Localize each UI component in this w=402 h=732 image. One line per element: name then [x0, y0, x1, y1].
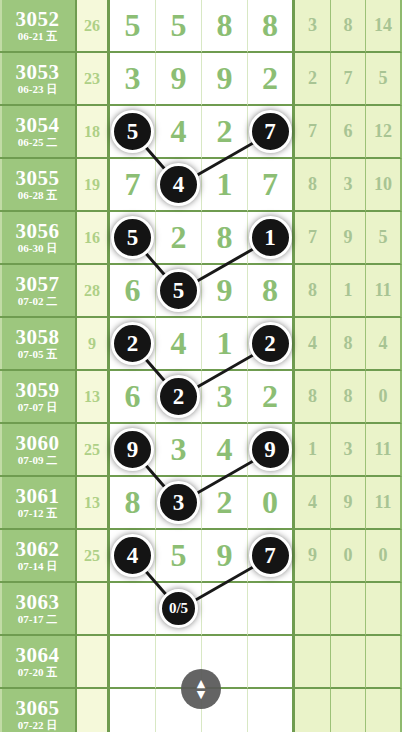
- digit-cell: 2: [248, 318, 295, 371]
- issue-date: 06-28 五: [18, 189, 57, 202]
- digit-cell: 2: [156, 212, 202, 265]
- table-row: 306107-12 五1383204911: [0, 477, 402, 530]
- stat-cell: 1: [295, 424, 331, 477]
- digit-cell: 9: [248, 424, 295, 477]
- number-ball: 0/5: [159, 589, 198, 628]
- stat-cell: [366, 583, 402, 636]
- issue-cell: 305606-30 日: [0, 212, 77, 265]
- stat-cell: 5: [366, 53, 402, 106]
- number-ball: 4: [111, 534, 154, 577]
- stat-cell: 12: [366, 106, 402, 159]
- digit-cell: 0: [248, 477, 295, 530]
- digit-cell: 8: [202, 212, 248, 265]
- issue-cell: 306007-09 二: [0, 424, 77, 477]
- issue-number: 3060: [16, 432, 60, 454]
- issue-number: 3057: [16, 273, 60, 295]
- scroll-widget[interactable]: ▲ ▼: [181, 669, 221, 709]
- issue-date: 06-21 五: [18, 30, 57, 43]
- digit-cell: [110, 689, 156, 732]
- issue-date: 07-05 五: [18, 348, 57, 361]
- stat-cell: 10: [366, 159, 402, 212]
- stat-cell: 8: [295, 159, 331, 212]
- stat-cell: 8: [295, 265, 331, 318]
- number-ball: 5: [157, 269, 200, 312]
- trend-table: 305206-21 五2655883814305306-23 日23399227…: [0, 0, 402, 732]
- scroll-up-icon: ▲: [197, 679, 205, 688]
- issue-cell: 305907-07 日: [0, 371, 77, 424]
- stat-cell: 8: [331, 371, 366, 424]
- trend-chart-screen: 305206-21 五2655883814305306-23 日23399227…: [0, 0, 402, 732]
- table-row: 305206-21 五2655883814: [0, 0, 402, 53]
- digit-cell: 4: [156, 106, 202, 159]
- digit-cell: 9: [202, 265, 248, 318]
- sum-cell: 13: [77, 477, 110, 530]
- sum-cell: 19: [77, 159, 110, 212]
- digit-cell: 8: [248, 0, 295, 53]
- digit-cell: 9: [202, 53, 248, 106]
- stat-cell: [295, 636, 331, 689]
- digit-cell: 2: [156, 371, 202, 424]
- stat-cell: 8: [295, 371, 331, 424]
- digit-cell: [248, 636, 295, 689]
- sum-cell: 16: [77, 212, 110, 265]
- table-row: 305807-05 五92412484: [0, 318, 402, 371]
- stat-cell: [295, 583, 331, 636]
- digit-cell: 3: [110, 53, 156, 106]
- stat-cell: 4: [295, 318, 331, 371]
- digit-cell: 2: [202, 106, 248, 159]
- issue-date: 07-14 日: [18, 560, 57, 573]
- digit-cell: [248, 689, 295, 732]
- stat-cell: 9: [331, 212, 366, 265]
- sum-cell: [77, 583, 110, 636]
- digit-cell: 6: [110, 371, 156, 424]
- number-ball: 2: [111, 322, 154, 365]
- digit-cell: 2: [248, 371, 295, 424]
- scroll-down-icon: ▼: [197, 690, 205, 699]
- number-ball: 5: [111, 216, 154, 259]
- issue-number: 3059: [16, 379, 60, 401]
- issue-cell: 306307-17 二: [0, 583, 77, 636]
- issue-date: 07-09 二: [18, 454, 57, 467]
- digit-cell: 9: [156, 53, 202, 106]
- issue-cell: 305506-28 五: [0, 159, 77, 212]
- digit-cell: 1: [202, 159, 248, 212]
- stat-cell: 8: [331, 0, 366, 53]
- issue-number: 3054: [16, 114, 60, 136]
- stat-cell: 7: [331, 53, 366, 106]
- stat-cell: 3: [331, 424, 366, 477]
- sum-cell: 9: [77, 318, 110, 371]
- digit-cell: 9: [202, 530, 248, 583]
- digit-cell: 7: [110, 159, 156, 212]
- stat-cell: 3: [331, 159, 366, 212]
- issue-date: 06-23 日: [18, 83, 57, 96]
- issue-number: 3062: [16, 538, 60, 560]
- stat-cell: 0: [331, 530, 366, 583]
- digit-cell: 2: [248, 53, 295, 106]
- table-row: 305907-07 日136232880: [0, 371, 402, 424]
- stat-cell: [331, 689, 366, 732]
- issue-date: 07-17 二: [18, 613, 57, 626]
- stat-cell: [295, 689, 331, 732]
- issue-date: 06-25 二: [18, 136, 57, 149]
- stat-cell: 3: [295, 0, 331, 53]
- digit-cell: 2: [110, 318, 156, 371]
- digit-cell: 5: [110, 212, 156, 265]
- digit-cell: 4: [156, 318, 202, 371]
- digit-cell: 2: [202, 477, 248, 530]
- digit-cell: 3: [156, 477, 202, 530]
- issue-number: 3063: [16, 591, 60, 613]
- table-row: 305506-28 五1974178310: [0, 159, 402, 212]
- digit-cell: 1: [248, 212, 295, 265]
- digit-cell: 8: [202, 0, 248, 53]
- stat-cell: 14: [366, 0, 402, 53]
- sum-cell: 23: [77, 53, 110, 106]
- issue-cell: 306507-22 日: [0, 689, 77, 732]
- stat-cell: 4: [366, 318, 402, 371]
- issue-date: 07-22 日: [18, 719, 57, 732]
- issue-cell: 306207-14 日: [0, 530, 77, 583]
- issue-cell: 305406-25 二: [0, 106, 77, 159]
- sum-cell: 25: [77, 530, 110, 583]
- issue-cell: 306107-12 五: [0, 477, 77, 530]
- number-ball: 9: [111, 428, 154, 471]
- number-ball: 5: [111, 110, 154, 153]
- sum-cell: 28: [77, 265, 110, 318]
- stat-cell: 6: [331, 106, 366, 159]
- digit-cell: [202, 583, 248, 636]
- stat-cell: 4: [295, 477, 331, 530]
- sum-cell: [77, 636, 110, 689]
- issue-number: 3056: [16, 220, 60, 242]
- table-row: 305707-02 二2865988111: [0, 265, 402, 318]
- issue-number: 3061: [16, 485, 60, 507]
- number-ball: 7: [249, 534, 292, 577]
- stat-cell: 9: [331, 477, 366, 530]
- digit-cell: [110, 583, 156, 636]
- issue-cell: 305206-21 五: [0, 0, 77, 53]
- issue-date: 07-02 二: [18, 295, 57, 308]
- digit-cell: 0/5: [156, 583, 202, 636]
- stat-cell: [331, 636, 366, 689]
- stat-cell: 7: [295, 212, 331, 265]
- sum-cell: 13: [77, 371, 110, 424]
- table-row: 305406-25 二1854277612: [0, 106, 402, 159]
- number-ball: 7: [249, 110, 292, 153]
- number-ball: 2: [157, 375, 200, 418]
- sum-cell: [77, 689, 110, 732]
- digit-cell: 9: [110, 424, 156, 477]
- stat-cell: [331, 583, 366, 636]
- issue-cell: 305707-02 二: [0, 265, 77, 318]
- stat-cell: 9: [295, 530, 331, 583]
- digit-cell: 6: [110, 265, 156, 318]
- digit-cell: 3: [156, 424, 202, 477]
- table-row: 306307-17 二0/5: [0, 583, 402, 636]
- number-ball: 3: [157, 481, 200, 524]
- digit-cell: 5: [110, 106, 156, 159]
- stat-cell: 7: [295, 106, 331, 159]
- sum-cell: 26: [77, 0, 110, 53]
- table-row: 306207-14 日254597900: [0, 530, 402, 583]
- stat-cell: 1: [331, 265, 366, 318]
- issue-number: 3065: [16, 697, 60, 719]
- issue-cell: 306407-20 五: [0, 636, 77, 689]
- stat-cell: 11: [366, 424, 402, 477]
- table-row: 306007-09 二2593491311: [0, 424, 402, 477]
- stat-cell: 2: [295, 53, 331, 106]
- issue-date: 07-12 五: [18, 507, 57, 520]
- issue-cell: 305306-23 日: [0, 53, 77, 106]
- sum-cell: 25: [77, 424, 110, 477]
- stat-cell: 11: [366, 265, 402, 318]
- number-ball: 9: [249, 428, 292, 471]
- stat-cell: [366, 689, 402, 732]
- digit-cell: 4: [202, 424, 248, 477]
- digit-cell: 7: [248, 159, 295, 212]
- issue-number: 3064: [16, 644, 60, 666]
- digit-cell: 1: [202, 318, 248, 371]
- digit-cell: [248, 583, 295, 636]
- issue-date: 07-07 日: [18, 401, 57, 414]
- issue-date: 06-30 日: [18, 242, 57, 255]
- issue-cell: 305807-05 五: [0, 318, 77, 371]
- stat-cell: 0: [366, 371, 402, 424]
- stat-cell: 8: [331, 318, 366, 371]
- digit-cell: 8: [248, 265, 295, 318]
- table-row: 305306-23 日233992275: [0, 53, 402, 106]
- digit-cell: 5: [110, 0, 156, 53]
- stat-cell: 5: [366, 212, 402, 265]
- digit-cell: [110, 636, 156, 689]
- issue-number: 3052: [16, 8, 60, 30]
- sum-cell: 18: [77, 106, 110, 159]
- digit-cell: 3: [202, 371, 248, 424]
- digit-cell: 4: [110, 530, 156, 583]
- stat-cell: 0: [366, 530, 402, 583]
- digit-cell: 5: [156, 0, 202, 53]
- digit-cell: 8: [110, 477, 156, 530]
- digit-cell: 7: [248, 530, 295, 583]
- stat-cell: 11: [366, 477, 402, 530]
- table-row: 305606-30 日165281795: [0, 212, 402, 265]
- digit-cell: 5: [156, 265, 202, 318]
- issue-number: 3058: [16, 326, 60, 348]
- digit-cell: 5: [156, 530, 202, 583]
- digit-cell: 7: [248, 106, 295, 159]
- number-ball: 1: [249, 216, 292, 259]
- number-ball: 4: [157, 163, 200, 206]
- issue-date: 07-20 五: [18, 666, 57, 679]
- number-ball: 2: [249, 322, 292, 365]
- issue-number: 3055: [16, 167, 60, 189]
- digit-cell: 4: [156, 159, 202, 212]
- stat-cell: [366, 636, 402, 689]
- issue-number: 3053: [16, 61, 60, 83]
